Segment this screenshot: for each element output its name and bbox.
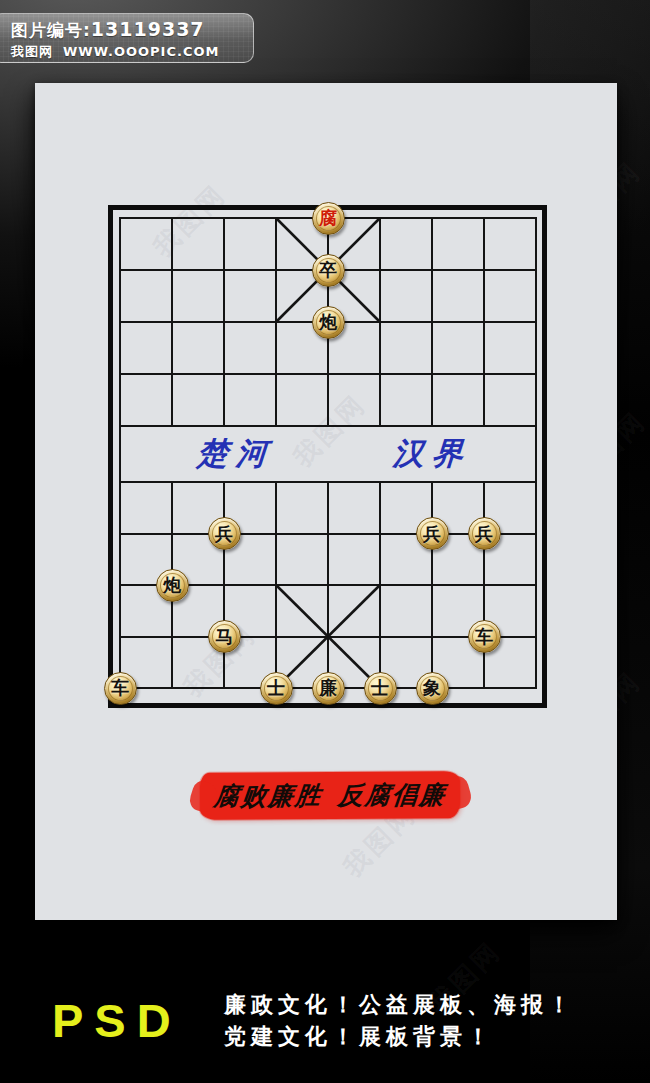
board-cell: [172, 270, 224, 322]
board-cell: [276, 374, 328, 426]
board-cell: [380, 374, 432, 426]
board-cell: [120, 270, 172, 322]
poster-sheet: 我图网 我图网 我图网 我图网 楚河 汉界 腐卒炮兵兵兵炮马车车士廉士象 腐败廉…: [35, 83, 617, 920]
piece-character: 炮: [163, 576, 181, 594]
slogan-banner: 腐败廉胜 反腐倡廉: [200, 771, 460, 820]
board-cell: [484, 374, 536, 426]
piece-character: 廉: [319, 679, 337, 697]
image-id-value: 13119337: [91, 18, 205, 40]
board-cell: [120, 218, 172, 270]
board-cell: [432, 374, 484, 426]
piece-character: 兵: [423, 525, 441, 543]
board-cell: [120, 482, 172, 534]
board-cell: [172, 218, 224, 270]
board-piece[interactable]: 炮: [156, 569, 189, 602]
board-cell: [484, 218, 536, 270]
image-id-line: 图片编号:13119337: [11, 18, 253, 42]
board-grid: 楚河 汉界 腐卒炮兵兵兵炮马车车士廉士象: [119, 217, 537, 689]
piece-character: 腐: [319, 209, 337, 227]
footer-caption-line2: 党建文化！展板背景！: [224, 1020, 624, 1052]
site-url: WWW.OOOPIC.COM: [63, 44, 219, 59]
board-cell: [276, 482, 328, 534]
piece-character: 炮: [319, 313, 337, 331]
board-cell: [172, 322, 224, 374]
river-label-left: 楚河: [196, 433, 277, 475]
board-piece[interactable]: 廉: [312, 672, 345, 705]
board-piece[interactable]: 腐: [312, 202, 345, 235]
board-cell: [172, 374, 224, 426]
site-line: 我图网WWW.OOOPIC.COM: [11, 43, 253, 61]
river-label-right: 汉界: [392, 433, 473, 475]
piece-character: 车: [475, 628, 493, 646]
slogan-right: 反腐倡廉: [336, 778, 447, 812]
board-cell: [484, 322, 536, 374]
board-piece[interactable]: 兵: [208, 517, 241, 550]
piece-character: 士: [267, 679, 285, 697]
board-piece[interactable]: 车: [468, 620, 501, 653]
board-cell: [328, 585, 380, 637]
footer-caption-line1: 廉政文化！公益展板、海报！: [224, 988, 624, 1020]
piece-character: 士: [371, 679, 389, 697]
board-cell: [224, 270, 276, 322]
board-piece[interactable]: 士: [260, 672, 293, 705]
board-piece[interactable]: 炮: [312, 306, 345, 339]
board-cell: [120, 322, 172, 374]
site-name: 我图网: [11, 44, 53, 59]
image-id-label: 图片编号:: [11, 20, 91, 40]
piece-character: 兵: [215, 525, 233, 543]
board-cell: [120, 374, 172, 426]
stock-site-badge: 图片编号:13119337 我图网WWW.OOOPIC.COM: [0, 13, 254, 63]
board-cell: [276, 585, 328, 637]
footer-caption: 廉政文化！公益展板、海报！ 党建文化！展板背景！: [224, 988, 624, 1052]
board-piece[interactable]: 象: [416, 672, 449, 705]
board-piece[interactable]: 车: [104, 672, 137, 705]
board-cell: [276, 534, 328, 586]
river: 楚河 汉界: [119, 427, 537, 481]
psd-label: PSD: [52, 993, 182, 1048]
board-cell: [380, 270, 432, 322]
board-cell: [432, 270, 484, 322]
board-cell: [380, 218, 432, 270]
board-piece[interactable]: 兵: [416, 517, 449, 550]
piece-character: 兵: [475, 525, 493, 543]
board-cell: [484, 270, 536, 322]
piece-character: 卒: [319, 261, 337, 279]
board-cell: [224, 218, 276, 270]
board-piece[interactable]: 士: [364, 672, 397, 705]
board-piece[interactable]: 兵: [468, 517, 501, 550]
board-cell: [328, 534, 380, 586]
board-piece[interactable]: 马: [208, 620, 241, 653]
board-cell: [328, 482, 380, 534]
piece-character: 车: [111, 679, 129, 697]
board-cell: [224, 322, 276, 374]
piece-character: 马: [215, 628, 233, 646]
board-piece[interactable]: 卒: [312, 254, 345, 287]
board-cell: [380, 585, 432, 637]
slogan-left: 腐败廉胜: [212, 779, 323, 813]
board-cell: [432, 322, 484, 374]
xiangqi-board: 楚河 汉界 腐卒炮兵兵兵炮马车车士廉士象: [108, 205, 547, 708]
piece-character: 象: [423, 679, 441, 697]
board-cell: [380, 322, 432, 374]
board-cell: [432, 218, 484, 270]
board-cell: [328, 374, 380, 426]
board-cell: [224, 374, 276, 426]
